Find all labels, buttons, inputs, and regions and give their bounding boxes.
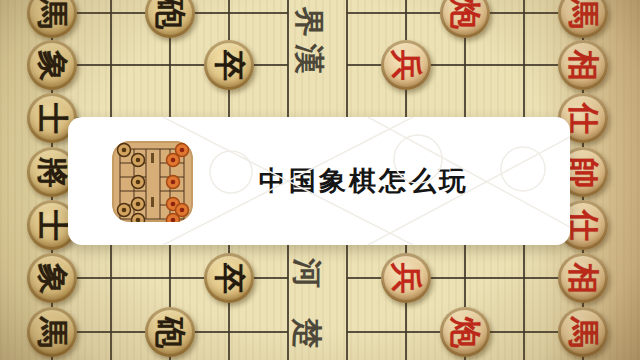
black-piece-卒: 卒: [204, 40, 254, 90]
title-card: 中国象棋怎么玩: [68, 117, 570, 245]
river-label-char: 漢: [288, 44, 329, 74]
black-piece-卒: 卒: [204, 253, 254, 303]
red-piece-兵: 兵: [381, 40, 431, 90]
red-piece-馬: 馬: [558, 307, 608, 357]
red-piece-炮: 炮: [440, 307, 490, 357]
river-label-char: 楚: [286, 318, 327, 348]
red-piece-相: 相: [558, 40, 608, 90]
red-piece-相: 相: [558, 253, 608, 303]
black-piece-馬: 馬: [27, 307, 77, 357]
black-piece-象: 象: [27, 253, 77, 303]
video-title: 中国象棋怎么玩: [259, 163, 469, 199]
black-piece-象: 象: [27, 40, 77, 90]
river-label-char: 河: [286, 258, 327, 288]
xiangqi-app-icon: [112, 141, 193, 222]
black-piece-砲: 砲: [145, 307, 195, 357]
river-label-char: 界: [288, 7, 329, 37]
video-thumbnail[interactable]: 馬象士將士象馬砲砲卒卒卒兵兵兵炮炮馬相仕帥仕相馬 界漢河楚: [0, 0, 640, 360]
red-piece-兵: 兵: [381, 253, 431, 303]
